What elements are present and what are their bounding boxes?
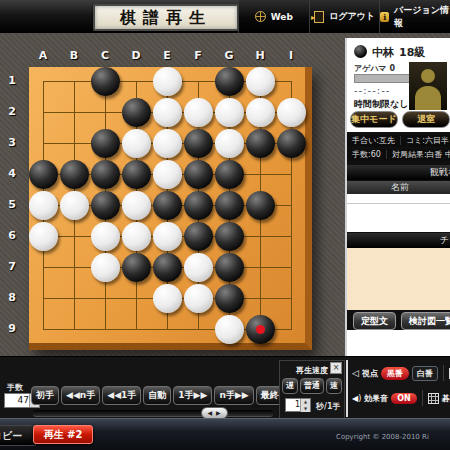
row-label: 8	[5, 291, 19, 304]
white-stone	[122, 222, 151, 251]
player-name: 中林	[372, 45, 394, 60]
black-stone	[91, 160, 120, 189]
black-stone	[246, 315, 275, 344]
playback-speed-panel: × 再生速度 遅普通速 1 ▲▼ 秒/1手	[279, 360, 345, 419]
black-stone	[215, 253, 244, 282]
study-diagrams-button[interactable]: 検討図一覧	[401, 312, 450, 330]
player-card: 中林 18級 アゲハマ 0 --:--:-- 時間制限なし 集中モード 退室	[347, 38, 450, 132]
speed-value-input[interactable]: 1 ▲▼	[285, 398, 311, 412]
handicap-label: 手合い:互先	[347, 136, 401, 145]
name-column-header: 名前	[347, 181, 450, 195]
white-stone	[184, 253, 213, 282]
column-label: B	[67, 49, 81, 62]
column-label: G	[222, 49, 236, 62]
row-label: 7	[5, 260, 19, 273]
white-stone	[277, 98, 306, 127]
time-bar	[354, 74, 416, 83]
move-number-label: 手数	[7, 382, 23, 393]
logout-button[interactable]: ▸ ログアウト	[309, 0, 380, 33]
avatar	[409, 62, 447, 110]
game-conditions-row: 手合い:互先コミ:六目半制限時間	[347, 135, 450, 147]
copyright-text: Copyright © 2008-2010 Ri	[336, 433, 429, 441]
spinner-down-icon[interactable]: ▼	[301, 406, 310, 413]
column-label: C	[98, 49, 112, 62]
white-stone	[153, 129, 182, 158]
black-stone	[215, 191, 244, 220]
column-label: F	[191, 49, 205, 62]
info-icon: i	[380, 12, 389, 22]
top-bar: 棋譜再生 Web ▸ ログアウト i バージョン情報	[0, 0, 450, 35]
column-label: A	[36, 49, 50, 62]
replay-tab[interactable]: 再生 #2	[33, 425, 93, 444]
move-count-label: 手数:60	[347, 150, 387, 159]
black-stone	[153, 253, 182, 282]
white-stone	[215, 129, 244, 158]
panel-footer	[347, 330, 450, 356]
globe-icon	[255, 11, 266, 22]
version-button-label: バージョン情報	[394, 4, 450, 30]
black-stone	[277, 129, 306, 158]
black-turn-button[interactable]: 黒番	[381, 367, 409, 380]
black-stone	[246, 191, 275, 220]
spectator-list[interactable]	[347, 194, 450, 232]
app-window: 棋譜再生 Web ▸ ログアウト i バージョン情報 ABCDEFGHI 123…	[0, 0, 450, 450]
chat-area[interactable]	[347, 248, 450, 310]
row-label: 1	[5, 74, 19, 87]
leave-room-button[interactable]: 退室	[402, 111, 450, 128]
page-title: 棋譜再生	[93, 4, 239, 31]
komi-label: コミ:六目半	[401, 136, 450, 145]
avatar-head	[421, 69, 435, 83]
lobby-tab[interactable]: ロビー	[0, 425, 36, 446]
last-move-marker	[256, 325, 265, 334]
time-limit-label: 時間制限なし	[354, 98, 408, 111]
row-label: 5	[5, 198, 19, 211]
white-stone	[153, 67, 182, 96]
white-stone	[91, 253, 120, 282]
black-stone	[60, 160, 89, 189]
spectators-header: 観戦者	[347, 165, 450, 180]
row-label: 4	[5, 167, 19, 180]
viewpoint-row: ◁ 視点 黒番 白番 座標表示	[352, 365, 450, 381]
column-label: H	[253, 49, 267, 62]
column-label: E	[160, 49, 174, 62]
white-stone	[246, 67, 275, 96]
black-stone	[215, 222, 244, 251]
row-label: 2	[5, 105, 19, 118]
focus-mode-button[interactable]: 集中モード	[350, 111, 398, 128]
move-slider[interactable]: ◀ ▶	[33, 410, 273, 416]
black-stone	[215, 160, 244, 189]
viewpoint-icon: ◁	[352, 368, 359, 378]
black-stone	[215, 67, 244, 96]
spectators-header-label: 観戦者	[347, 167, 450, 177]
player-rank: 18級	[399, 45, 425, 60]
go-board[interactable]	[29, 67, 312, 350]
black-stone	[122, 98, 151, 127]
white-stone	[184, 98, 213, 127]
chat-header: チャット	[347, 233, 450, 248]
white-stone	[122, 191, 151, 220]
web-button[interactable]: Web	[238, 0, 309, 33]
black-stone-icon	[354, 45, 367, 58]
speed-spinner[interactable]: ▲▼	[300, 399, 310, 412]
rewind-1-button[interactable]: ◀◀1手	[102, 386, 141, 405]
row-label: 3	[5, 136, 19, 149]
speed-unit-label: 秒/1手	[316, 401, 341, 412]
web-button-label: Web	[271, 12, 293, 22]
black-stone	[215, 284, 244, 313]
sound-label: 効果音	[364, 393, 388, 404]
black-stone	[184, 129, 213, 158]
control-bar: 手数 47 ▲▼ 初手◀◀n手◀◀1手自動1手▶▶n手▶▶最終手 ◀ ▶ × 再…	[0, 356, 450, 419]
black-stone	[91, 67, 120, 96]
forward-n-button[interactable]: n手▶▶	[214, 386, 253, 405]
sound-row: ◀) 効果音 ON 碁盤拡大	[352, 390, 450, 406]
black-stone	[246, 129, 275, 158]
game-result-row: 手数:60対局結果:白番 中押し勝ち	[347, 149, 450, 161]
white-stone	[60, 191, 89, 220]
row-label: 6	[5, 229, 19, 242]
black-stone	[29, 160, 58, 189]
avatar-body	[415, 86, 441, 110]
chat-header-label: チャット	[347, 235, 450, 245]
white-stone	[153, 98, 182, 127]
result-label: 対局結果:白番 中押し勝ち	[387, 150, 450, 159]
row-label: 9	[5, 322, 19, 335]
speed-normal-button[interactable]: 普通	[300, 378, 324, 394]
speaker-icon: ◀)	[352, 394, 361, 403]
white-turn-button[interactable]: 白番	[412, 366, 438, 381]
speed-options: 遅普通速	[282, 378, 342, 394]
white-stone	[215, 315, 244, 344]
black-stone	[184, 222, 213, 251]
black-stone	[122, 160, 151, 189]
white-stone	[29, 222, 58, 251]
white-stone	[215, 98, 244, 127]
black-stone	[153, 191, 182, 220]
speed-slow-button[interactable]: 遅	[282, 378, 298, 394]
black-stone	[91, 191, 120, 220]
white-stone	[184, 284, 213, 313]
sound-on-button[interactable]: ON	[391, 393, 417, 404]
white-stone	[29, 191, 58, 220]
option-separator	[422, 390, 423, 406]
rewind-n-button[interactable]: ◀◀n手	[61, 386, 100, 405]
status-bar: ロビー 再生 #2 Copyright © 2008-2010 Ri	[0, 418, 450, 450]
viewpoint-label: 視点	[362, 368, 378, 379]
option-separator	[443, 365, 444, 381]
top-buttons: Web ▸ ログアウト i バージョン情報	[238, 0, 450, 33]
forward-1-button[interactable]: 1手▶▶	[173, 386, 212, 405]
right-panel: 中林 18級 アゲハマ 0 --:--:-- 時間制限なし 集中モード 退室 手…	[345, 38, 450, 356]
first-move-button[interactable]: 初手	[31, 386, 59, 405]
chat-buttons: 定型文 検討図一覧	[353, 312, 450, 330]
captures-label: アゲハマ 0	[354, 63, 395, 74]
black-stone	[122, 253, 151, 282]
list-divider	[347, 203, 450, 204]
speed-fast-button[interactable]: 速	[326, 378, 342, 394]
logout-icon: ▸	[314, 11, 324, 23]
white-stone	[91, 222, 120, 251]
transport-buttons: 初手◀◀n手◀◀1手自動1手▶▶n手▶▶最終手	[31, 386, 293, 405]
white-stone	[153, 160, 182, 189]
black-stone	[184, 191, 213, 220]
board-zoom-label: 碁盤拡大	[442, 393, 450, 404]
white-stone	[153, 222, 182, 251]
canned-phrases-button[interactable]: 定型文	[353, 312, 396, 330]
logout-button-label: ログアウト	[329, 10, 375, 23]
column-label: I	[284, 49, 298, 62]
room-buttons: 集中モード 退室	[350, 111, 450, 128]
auto-play-button[interactable]: 自動	[143, 386, 171, 405]
speed-panel-title: 再生速度	[280, 365, 344, 376]
black-stone	[91, 129, 120, 158]
black-stone	[184, 160, 213, 189]
version-info-button[interactable]: i バージョン情報	[379, 0, 450, 33]
white-stone	[246, 98, 275, 127]
panel-divider	[346, 360, 348, 417]
move-number-value: 47	[18, 395, 29, 405]
white-stone	[153, 284, 182, 313]
clock-display: --:--:--	[354, 85, 390, 96]
white-stone	[122, 129, 151, 158]
board-zoom-icon	[428, 393, 439, 404]
column-label: D	[129, 49, 143, 62]
